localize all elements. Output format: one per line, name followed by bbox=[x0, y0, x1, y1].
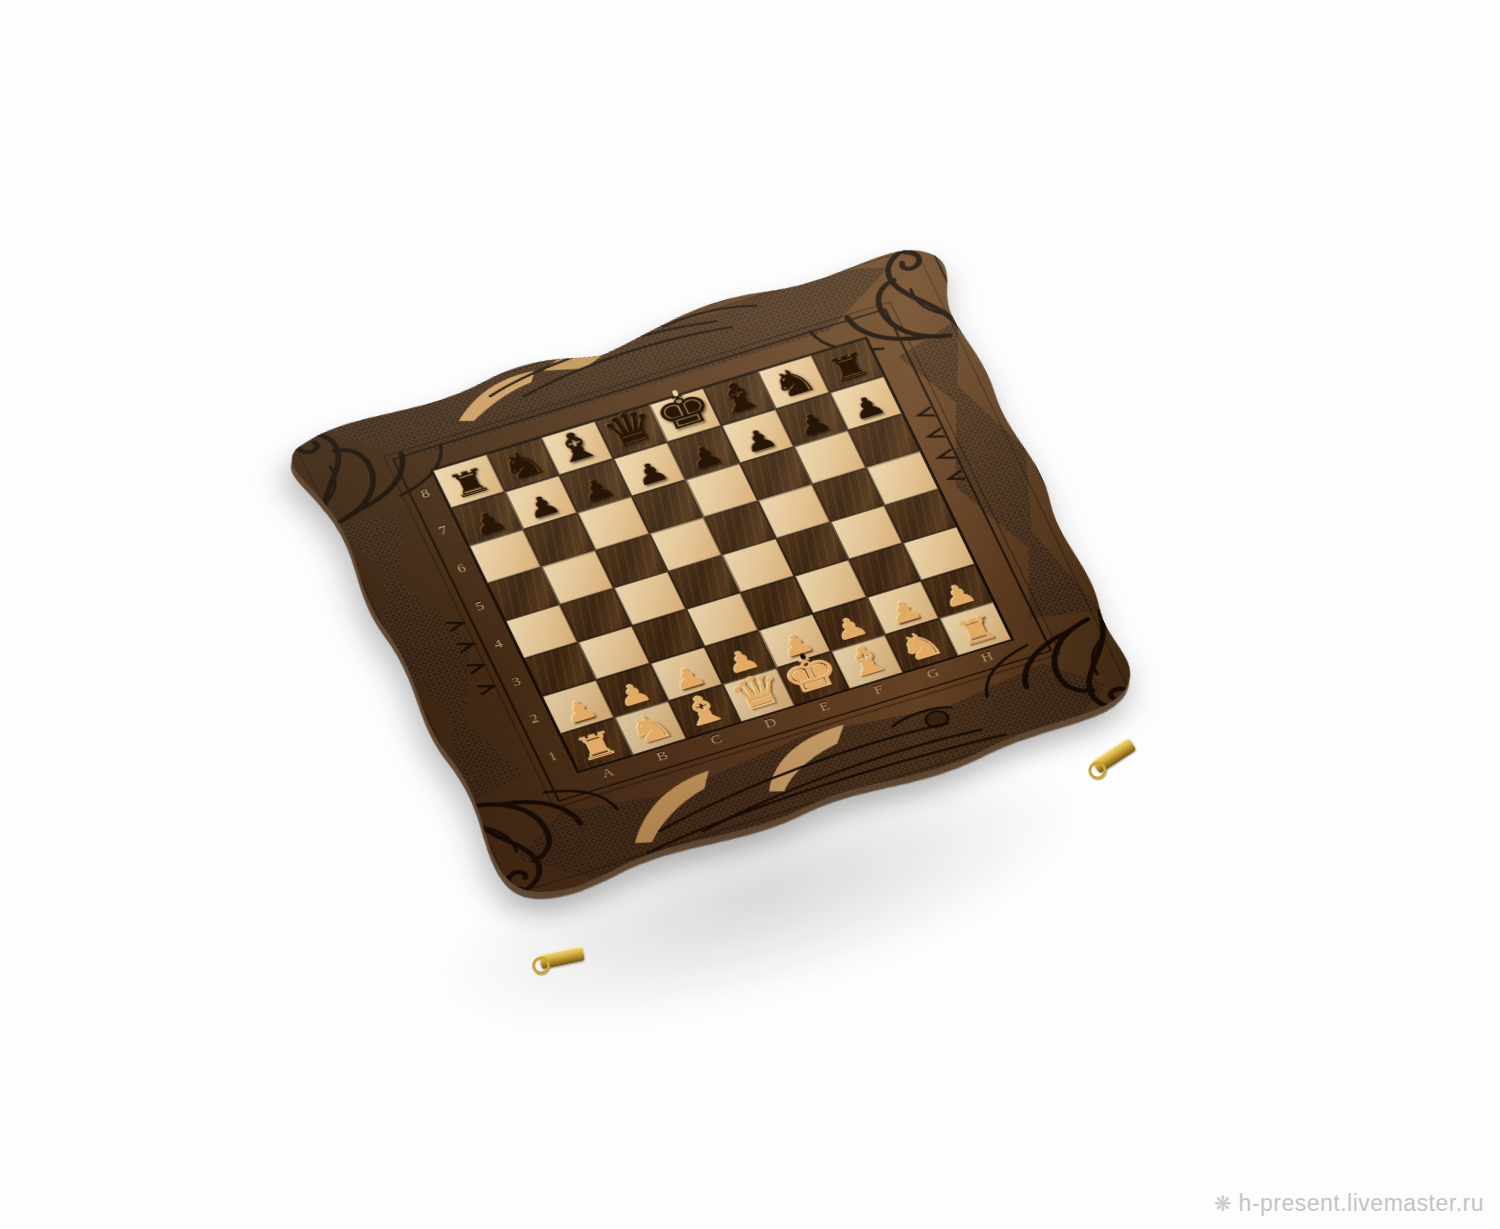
watermark-text: h-present.livemaster.ru bbox=[1239, 1190, 1484, 1217]
brass-latch-right bbox=[1091, 737, 1136, 774]
black-king-finial bbox=[671, 390, 679, 397]
watermark: ❋ h-present.livemaster.ru bbox=[1214, 1190, 1484, 1217]
stage: 87654321 ABCDEFGH ♜♞♝♛♚♝♞♜♟♟♟♟♟♟♟♟♟♟♟♟♟♟… bbox=[0, 0, 1500, 1229]
white-king-finial bbox=[799, 653, 807, 660]
snowflake-icon: ❋ bbox=[1214, 1193, 1232, 1214]
